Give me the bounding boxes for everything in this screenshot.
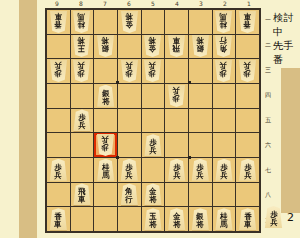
board-cell-1二[interactable] [236, 35, 259, 59]
board-cell-5九[interactable]: 玉将 [142, 207, 165, 231]
board-cell-8六[interactable] [71, 133, 94, 157]
board-cell-9三[interactable]: 歩兵 [47, 59, 70, 83]
board-cell-6五[interactable] [118, 109, 141, 133]
board-cell-5二[interactable]: 金将 [142, 35, 165, 59]
status-text: 検討中 [273, 11, 300, 39]
board-cell-9八[interactable] [47, 183, 70, 207]
board-cell-4四[interactable]: 歩兵 [165, 84, 188, 108]
board-cell-3五[interactable] [189, 109, 212, 133]
board-cell-7七[interactable]: 桂馬 [94, 158, 117, 182]
board-cell-6六[interactable] [118, 133, 141, 157]
rank-label: 七 [263, 158, 273, 183]
shogi-piece-飛車[interactable]: 飛車 [167, 35, 186, 57]
shogi-piece-桂馬[interactable]: 桂馬 [214, 208, 233, 230]
shogi-piece-桂馬[interactable]: 桂馬 [96, 159, 115, 181]
board-cell-9一[interactable]: 香車 [47, 10, 70, 34]
shogi-piece-歩兵[interactable]: 歩兵 [214, 60, 233, 82]
board-cell-3二[interactable]: 銀将 [189, 35, 212, 59]
board-cell-2五[interactable] [213, 109, 236, 133]
board-cell-7一[interactable] [94, 10, 117, 34]
shogi-piece-歩兵[interactable]: 歩兵 [214, 159, 233, 181]
shogi-piece-角行[interactable]: 角行 [214, 35, 233, 57]
board-cell-6九[interactable] [118, 207, 141, 231]
board-cell-9四[interactable] [47, 84, 70, 108]
board-cell-4五[interactable] [165, 109, 188, 133]
shogi-piece-歩兵[interactable]: 歩兵 [238, 60, 257, 82]
board-cell-5一[interactable] [142, 10, 165, 34]
board-cell-8九[interactable] [71, 207, 94, 231]
board-cell-2六[interactable] [213, 133, 236, 157]
file-label: 7 [93, 0, 117, 8]
shogi-piece-銀将[interactable]: 銀将 [191, 208, 210, 230]
board-cell-5四[interactable] [142, 84, 165, 108]
board-cell-8五[interactable]: 歩兵 [71, 109, 94, 133]
board-cell-7九[interactable] [94, 207, 117, 231]
board-cell-2八[interactable] [213, 183, 236, 207]
rank-label: 六 [263, 133, 273, 158]
board-cell-8一[interactable]: 桂馬 [71, 10, 94, 34]
rank-label: 三 [263, 58, 273, 83]
board-cell-9二[interactable] [47, 35, 70, 59]
file-label: 1 [237, 0, 261, 8]
board-cell-6四[interactable] [118, 84, 141, 108]
board-cell-1一[interactable]: 香車 [236, 10, 259, 34]
board-cell-9九[interactable]: 香車 [47, 207, 70, 231]
file-label: 9 [45, 0, 69, 8]
shogi-piece-香車[interactable]: 香車 [49, 208, 68, 230]
shogi-piece-桂馬[interactable]: 桂馬 [72, 11, 91, 33]
board-cell-5八[interactable]: 金将 [142, 183, 165, 207]
board-cell-2七[interactable]: 歩兵 [213, 158, 236, 182]
shogi-piece-金将[interactable]: 金将 [143, 35, 162, 57]
hand-piece-count: 2 [287, 211, 294, 224]
board-cell-5三[interactable]: 歩兵 [142, 59, 165, 83]
sente-hand-tray[interactable] [281, 68, 300, 213]
hoshi-dot [116, 156, 119, 159]
shogi-piece-金将[interactable]: 金将 [120, 11, 139, 33]
shogi-piece-銀将[interactable]: 銀将 [191, 35, 210, 57]
board-cell-6三[interactable]: 歩兵 [118, 59, 141, 83]
shogi-piece-王将[interactable]: 王将 [72, 35, 91, 57]
shogi-piece-飛車[interactable]: 飛車 [72, 183, 91, 205]
board-cell-7四[interactable]: 銀将 [94, 84, 117, 108]
board-cell-1八[interactable] [236, 183, 259, 207]
board-cell-3七[interactable]: 歩兵 [189, 158, 212, 182]
shogi-app: 987654321 一二三四五六七八九 香車桂馬金将桂馬香車王将銀将金将飛車銀将… [0, 0, 300, 238]
shogi-piece-銀将[interactable]: 銀将 [96, 35, 115, 57]
rank-label: 一 [263, 8, 273, 33]
board-cell-5七[interactable] [142, 158, 165, 182]
shogi-piece-歩兵[interactable]: 歩兵 [143, 134, 162, 156]
board-cell-3八[interactable] [189, 183, 212, 207]
rank-label: 四 [263, 83, 273, 108]
board-cell-6八[interactable]: 角行 [118, 183, 141, 207]
hoshi-dot [188, 81, 191, 84]
shogi-piece-歩兵[interactable]: 歩兵 [49, 159, 68, 181]
file-label: 8 [69, 0, 93, 8]
board-cell-4七[interactable]: 歩兵 [165, 158, 188, 182]
shogi-piece-歩兵[interactable]: 歩兵 [167, 159, 186, 181]
board-cell-8三[interactable]: 歩兵 [71, 59, 94, 83]
shogi-piece-玉将[interactable]: 玉将 [143, 208, 162, 230]
hoshi-dot [116, 81, 119, 84]
board-cell-4一[interactable] [165, 10, 188, 34]
shogi-piece-歩兵[interactable]: 歩兵 [167, 85, 186, 107]
shogi-piece-歩兵[interactable]: 歩兵 [72, 109, 91, 131]
board-cell-1九[interactable]: 香車 [236, 207, 259, 231]
board-cell-6二[interactable] [118, 35, 141, 59]
board-cell-3六[interactable] [189, 133, 212, 157]
board-cell-4八[interactable] [165, 183, 188, 207]
shogi-piece-歩兵[interactable]: 歩兵 [120, 60, 139, 82]
rank-label: 五 [263, 108, 273, 133]
board-cell-4九[interactable]: 金将 [165, 207, 188, 231]
shogi-piece-香車[interactable]: 香車 [238, 11, 257, 33]
shogi-piece-歩兵[interactable]: 歩兵 [120, 159, 139, 181]
board-cell-5五[interactable] [142, 109, 165, 133]
board-cell-1七[interactable]: 歩兵 [236, 158, 259, 182]
board-cell-2四[interactable] [213, 84, 236, 108]
shogi-piece-香車[interactable]: 香車 [49, 11, 68, 33]
shogi-piece-歩兵[interactable]: 歩兵 [96, 134, 115, 156]
board-cell-3四[interactable] [189, 84, 212, 108]
shogi-piece-歩兵[interactable]: 歩兵 [191, 159, 210, 181]
shogi-piece-金将[interactable]: 金将 [143, 183, 162, 205]
shogi-piece-歩兵[interactable]: 歩兵 [238, 159, 257, 181]
board-cell-9六[interactable] [47, 133, 70, 157]
board-cell-8八[interactable]: 飛車 [71, 183, 94, 207]
rank-labels: 一二三四五六七八九 [263, 8, 273, 233]
board-cell-7八[interactable] [94, 183, 117, 207]
shogi-piece-桂馬[interactable]: 桂馬 [214, 11, 233, 33]
board-cell-1五[interactable] [236, 109, 259, 133]
board-cell-8二[interactable]: 王将 [71, 35, 94, 59]
board-cell-7六[interactable]: 歩兵 [94, 133, 117, 157]
board-cell-4二[interactable]: 飛車 [165, 35, 188, 59]
board-cell-2一[interactable]: 桂馬 [213, 10, 236, 34]
hand-piece-pawn[interactable]: 歩兵 [264, 206, 283, 228]
shogi-piece-歩兵[interactable]: 歩兵 [72, 60, 91, 82]
shogi-piece-香車[interactable]: 香車 [238, 208, 257, 230]
board-cell-2二[interactable]: 角行 [213, 35, 236, 59]
board-cell-4六[interactable] [165, 133, 188, 157]
board-cell-7五[interactable] [94, 109, 117, 133]
shogi-piece-銀将[interactable]: 銀将 [96, 85, 115, 107]
board-cell-8四[interactable] [71, 84, 94, 108]
shogi-piece-歩兵[interactable]: 歩兵 [143, 60, 162, 82]
shogi-piece-角行[interactable]: 角行 [120, 183, 139, 205]
board-cell-7二[interactable]: 銀将 [94, 35, 117, 59]
board-cell-6一[interactable]: 金将 [118, 10, 141, 34]
sente-hand[interactable]: 歩兵 2 [264, 204, 300, 230]
hoshi-dot [188, 156, 191, 159]
board-cell-6七[interactable]: 歩兵 [118, 158, 141, 182]
board-cell-2三[interactable]: 歩兵 [213, 59, 236, 83]
board-cell-7三[interactable] [94, 59, 117, 83]
file-label: 3 [189, 0, 213, 8]
board-cell-3九[interactable]: 銀将 [189, 207, 212, 231]
file-label: 4 [165, 0, 189, 8]
file-label: 2 [213, 0, 237, 8]
board-cell-8七[interactable] [71, 158, 94, 182]
rank-label: 二 [263, 33, 273, 58]
board-cell-3一[interactable] [189, 10, 212, 34]
shogi-piece-金将[interactable]: 金将 [167, 208, 186, 230]
board-cell-1三[interactable]: 歩兵 [236, 59, 259, 83]
board-cell-3三[interactable] [189, 59, 212, 83]
board-cell-9七[interactable]: 歩兵 [47, 158, 70, 182]
gote-hand-tray[interactable] [19, 0, 37, 238]
board-cell-9五[interactable] [47, 109, 70, 133]
shogi-piece-歩兵[interactable]: 歩兵 [49, 60, 68, 82]
board-cell-2九[interactable]: 桂馬 [213, 207, 236, 231]
board-cell-5六[interactable]: 歩兵 [142, 133, 165, 157]
file-label: 5 [141, 0, 165, 8]
file-label: 6 [117, 0, 141, 8]
board-cell-1六[interactable] [236, 133, 259, 157]
file-labels: 987654321 [45, 0, 261, 8]
board-grid[interactable]: 香車桂馬金将桂馬香車王将銀将金将飛車銀将角行歩兵歩兵歩兵歩兵歩兵歩兵銀将歩兵歩兵… [45, 8, 261, 233]
board-cell-4三[interactable] [165, 59, 188, 83]
turn-indicator: 先手番 [273, 39, 300, 67]
board-cell-1四[interactable] [236, 84, 259, 108]
